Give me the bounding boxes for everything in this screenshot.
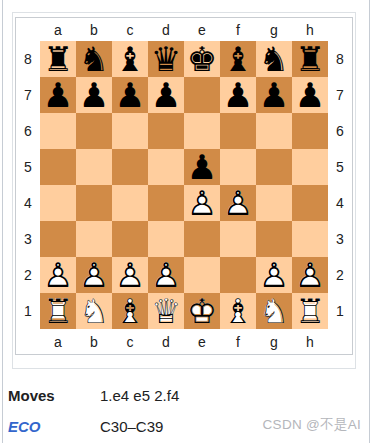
rank-label-left-4: 4 (16, 185, 40, 221)
square-b5 (76, 149, 112, 185)
piece-white-Q-d1: ♕ (148, 293, 184, 329)
eco-label-cell: ECO (8, 418, 100, 435)
square-a7: ♟ (40, 77, 76, 113)
square-h6 (292, 113, 328, 149)
square-e5: ♟ (184, 149, 220, 185)
square-c3 (112, 221, 148, 257)
square-a4 (40, 185, 76, 221)
square-d1: ♛♕ (148, 293, 184, 329)
square-f3 (220, 221, 256, 257)
rank-label-right-8: 8 (328, 41, 352, 77)
piece-black-P-f7: ♟ (220, 77, 256, 113)
file-label-bottom-f: f (220, 329, 256, 354)
file-label-bottom-e: e (184, 329, 220, 354)
square-f5 (220, 149, 256, 185)
square-f2 (220, 257, 256, 293)
piece-white-R-a1: ♖ (40, 293, 76, 329)
square-d8: ♛ (148, 41, 184, 77)
piece-fill: ♟ (76, 257, 112, 293)
rank-label-right-4: 4 (328, 185, 352, 221)
square-d5 (148, 149, 184, 185)
square-g2: ♟♙ (256, 257, 292, 293)
piece-white-P-b2: ♙ (76, 257, 112, 293)
chess-board: abcdefgh8♜♞♝♛♚♝♞♜87♟♟♟♟♟♟♟7665♟54♟♙♟♙433… (16, 18, 352, 354)
piece-black-P-e5: ♟ (184, 149, 220, 185)
square-c1: ♝♗ (112, 293, 148, 329)
file-label-top-g: g (256, 18, 292, 41)
square-g1: ♞♘ (256, 293, 292, 329)
square-g6 (256, 113, 292, 149)
square-a2: ♟♙ (40, 257, 76, 293)
piece-fill: ♟ (220, 185, 256, 221)
square-b4 (76, 185, 112, 221)
moves-value: 1.e4 e5 2.f4 (100, 387, 179, 404)
rank-label-right-6: 6 (328, 113, 352, 149)
piece-black-N-b8: ♞ (76, 41, 112, 77)
file-label-top-h: h (292, 18, 328, 41)
square-b2: ♟♙ (76, 257, 112, 293)
piece-white-P-f4: ♙ (220, 185, 256, 221)
rank-label-right-1: 1 (328, 293, 352, 329)
file-label-top-c: c (112, 18, 148, 41)
square-e4: ♟♙ (184, 185, 220, 221)
square-h4 (292, 185, 328, 221)
piece-white-P-h2: ♙ (292, 257, 328, 293)
square-d6 (148, 113, 184, 149)
piece-black-N-g8: ♞ (256, 41, 292, 77)
file-label-bottom-a: a (40, 329, 76, 354)
piece-white-P-g2: ♙ (256, 257, 292, 293)
square-g8: ♞ (256, 41, 292, 77)
square-d7: ♟ (148, 77, 184, 113)
square-a1: ♜♖ (40, 293, 76, 329)
corner-bottom-right (328, 329, 352, 354)
file-label-top-f: f (220, 18, 256, 41)
moves-label: Moves (8, 387, 100, 404)
piece-white-P-d2: ♙ (148, 257, 184, 293)
square-c6 (112, 113, 148, 149)
square-a5 (40, 149, 76, 185)
piece-black-P-c7: ♟ (112, 77, 148, 113)
square-d2: ♟♙ (148, 257, 184, 293)
square-b6 (76, 113, 112, 149)
file-label-top-b: b (76, 18, 112, 41)
file-label-top-a: a (40, 18, 76, 41)
rank-label-left-3: 3 (16, 221, 40, 257)
square-h1: ♜♖ (292, 293, 328, 329)
square-f1: ♝♗ (220, 293, 256, 329)
infobox-left-border (2, 0, 3, 443)
file-label-bottom-h: h (292, 329, 328, 354)
eco-link[interactable]: ECO (8, 418, 41, 435)
rank-label-right-2: 2 (328, 257, 352, 293)
square-h5 (292, 149, 328, 185)
square-f7: ♟ (220, 77, 256, 113)
piece-fill: ♚ (184, 293, 220, 329)
square-g5 (256, 149, 292, 185)
square-e7 (184, 77, 220, 113)
square-c2: ♟♙ (112, 257, 148, 293)
square-a3 (40, 221, 76, 257)
piece-fill: ♞ (76, 293, 112, 329)
piece-black-R-h8: ♜ (292, 41, 328, 77)
file-label-top-e: e (184, 18, 220, 41)
square-b3 (76, 221, 112, 257)
rank-label-left-1: 1 (16, 293, 40, 329)
piece-fill: ♟ (184, 185, 220, 221)
piece-fill: ♜ (292, 293, 328, 329)
piece-fill: ♞ (256, 293, 292, 329)
piece-fill: ♛ (148, 293, 184, 329)
piece-fill: ♝ (220, 293, 256, 329)
square-g3 (256, 221, 292, 257)
square-e3 (184, 221, 220, 257)
square-c5 (112, 149, 148, 185)
square-b7: ♟ (76, 77, 112, 113)
square-f4: ♟♙ (220, 185, 256, 221)
piece-black-P-h7: ♟ (292, 77, 328, 113)
square-e6 (184, 113, 220, 149)
infobox-right-border (369, 0, 370, 443)
file-label-bottom-c: c (112, 329, 148, 354)
piece-white-P-c2: ♙ (112, 257, 148, 293)
square-b8: ♞ (76, 41, 112, 77)
piece-white-B-f1: ♗ (220, 293, 256, 329)
rank-label-right-5: 5 (328, 149, 352, 185)
piece-white-N-g1: ♘ (256, 293, 292, 329)
piece-white-B-c1: ♗ (112, 293, 148, 329)
rank-label-right-7: 7 (328, 77, 352, 113)
rank-label-right-3: 3 (328, 221, 352, 257)
piece-fill: ♟ (40, 257, 76, 293)
piece-white-P-e4: ♙ (184, 185, 220, 221)
corner-bottom-left (16, 329, 40, 354)
square-g7: ♟ (256, 77, 292, 113)
file-label-bottom-b: b (76, 329, 112, 354)
corner-top-right (328, 18, 352, 41)
corner-top-left (16, 18, 40, 41)
piece-white-N-b1: ♘ (76, 293, 112, 329)
square-b1: ♞♘ (76, 293, 112, 329)
square-f8: ♝ (220, 41, 256, 77)
square-e2 (184, 257, 220, 293)
piece-fill: ♜ (40, 293, 76, 329)
piece-black-B-f8: ♝ (220, 41, 256, 77)
rank-label-left-6: 6 (16, 113, 40, 149)
eco-value: C30–C39 (100, 418, 163, 435)
square-e8: ♚ (184, 41, 220, 77)
file-label-bottom-g: g (256, 329, 292, 354)
diagram-cell: abcdefgh8♜♞♝♛♚♝♞♜87♟♟♟♟♟♟♟7665♟54♟♙♟♙433… (12, 12, 356, 369)
moves-row: Moves 1.e4 e5 2.f4 (8, 387, 360, 407)
piece-black-R-a8: ♜ (40, 41, 76, 77)
square-c8: ♝ (112, 41, 148, 77)
piece-fill: ♟ (148, 257, 184, 293)
square-d3 (148, 221, 184, 257)
rank-label-left-7: 7 (16, 77, 40, 113)
square-h3 (292, 221, 328, 257)
square-c7: ♟ (112, 77, 148, 113)
csdn-watermark: CSDN @不是AI (263, 416, 361, 434)
square-d4 (148, 185, 184, 221)
piece-black-B-c8: ♝ (112, 41, 148, 77)
square-a6 (40, 113, 76, 149)
piece-black-P-a7: ♟ (40, 77, 76, 113)
piece-fill: ♝ (112, 293, 148, 329)
rank-label-left-2: 2 (16, 257, 40, 293)
square-f6 (220, 113, 256, 149)
piece-white-K-e1: ♔ (184, 293, 220, 329)
piece-fill: ♟ (256, 257, 292, 293)
square-e1: ♚♔ (184, 293, 220, 329)
chess-board-frame: abcdefgh8♜♞♝♛♚♝♞♜87♟♟♟♟♟♟♟7665♟54♟♙♟♙433… (15, 17, 353, 355)
square-c4 (112, 185, 148, 221)
piece-fill: ♟ (292, 257, 328, 293)
rank-label-left-8: 8 (16, 41, 40, 77)
square-h2: ♟♙ (292, 257, 328, 293)
piece-black-K-e8: ♚ (184, 41, 220, 77)
rank-label-left-5: 5 (16, 149, 40, 185)
piece-fill: ♟ (112, 257, 148, 293)
piece-black-P-d7: ♟ (148, 77, 184, 113)
square-h7: ♟ (292, 77, 328, 113)
piece-white-R-h1: ♖ (292, 293, 328, 329)
piece-black-P-b7: ♟ (76, 77, 112, 113)
square-a8: ♜ (40, 41, 76, 77)
file-label-bottom-d: d (148, 329, 184, 354)
opening-info: Moves 1.e4 e5 2.f4 ECO C30–C39 (8, 387, 360, 443)
square-h8: ♜ (292, 41, 328, 77)
file-label-top-d: d (148, 18, 184, 41)
piece-black-P-g7: ♟ (256, 77, 292, 113)
piece-black-Q-d8: ♛ (148, 41, 184, 77)
square-g4 (256, 185, 292, 221)
piece-white-P-a2: ♙ (40, 257, 76, 293)
